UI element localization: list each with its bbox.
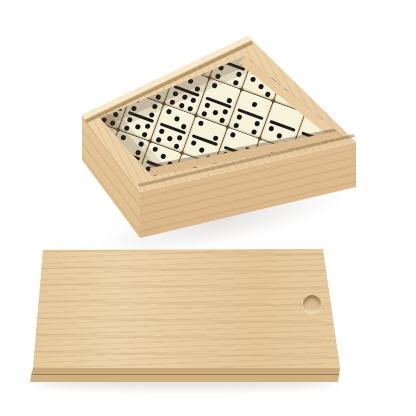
pip — [169, 56, 175, 62]
domino-half-2 — [153, 18, 190, 46]
pip — [233, 122, 239, 128]
pip — [265, 91, 271, 97]
pip — [159, 128, 165, 134]
pip — [109, 67, 115, 73]
pip — [123, 55, 129, 61]
domino-half-3 — [121, 6, 158, 34]
pip — [173, 115, 179, 121]
pip — [201, 40, 207, 46]
pip — [230, 131, 236, 137]
domino-divider — [123, 24, 149, 36]
pip — [137, 44, 143, 50]
pip — [176, 134, 182, 140]
domino-divider — [109, 62, 135, 74]
pip — [151, 49, 157, 55]
pip — [160, 53, 166, 59]
pip — [116, 47, 122, 53]
pip — [219, 117, 225, 123]
domino-tile-5-6 — [101, 44, 145, 92]
pip — [198, 120, 204, 126]
pip — [154, 41, 160, 47]
domino-half-6 — [101, 63, 138, 91]
domino-tile-2-6 — [146, 18, 190, 66]
pip — [202, 110, 208, 116]
pip — [130, 62, 136, 68]
pip — [191, 139, 197, 145]
pip — [222, 108, 228, 114]
pip — [137, 17, 143, 23]
pip — [162, 21, 168, 27]
pip — [114, 79, 120, 85]
pip — [126, 73, 132, 79]
domino-half-0 — [313, 76, 350, 104]
pip — [102, 85, 108, 91]
pip — [123, 82, 129, 88]
pip — [141, 131, 147, 137]
pip — [212, 109, 218, 115]
pip — [163, 44, 169, 50]
pip — [251, 101, 257, 107]
pip — [117, 70, 123, 76]
pip — [190, 97, 196, 103]
finger-hole — [303, 295, 321, 313]
pip — [276, 132, 282, 138]
pip — [176, 36, 182, 42]
pip — [173, 143, 179, 149]
pip — [134, 124, 140, 130]
domino-half-6 — [146, 37, 183, 65]
pip — [226, 97, 232, 103]
pip — [141, 79, 147, 85]
pip — [251, 128, 257, 134]
pip — [133, 54, 139, 60]
pip — [156, 136, 162, 142]
pip — [113, 56, 119, 62]
pip — [268, 125, 274, 131]
pip — [99, 93, 105, 99]
pip — [237, 113, 243, 119]
domino-tile-3-4 — [114, 6, 158, 54]
pip — [186, 53, 192, 59]
pip — [144, 122, 150, 128]
product-photo — [0, 0, 416, 416]
pip — [152, 146, 158, 152]
pip — [140, 36, 146, 42]
pip — [198, 147, 204, 153]
pip — [187, 105, 193, 111]
domino-divider — [315, 94, 341, 106]
pip — [122, 29, 128, 35]
pip — [130, 10, 136, 16]
pip — [250, 76, 256, 82]
pip — [180, 123, 186, 129]
pip — [254, 120, 260, 126]
domino-divider — [155, 36, 181, 48]
pip — [178, 102, 184, 108]
pip — [165, 65, 171, 71]
pip — [160, 153, 166, 159]
pip — [172, 47, 178, 53]
pip — [212, 134, 218, 140]
pip — [144, 24, 150, 30]
pip — [145, 67, 151, 73]
pip — [166, 108, 172, 114]
pip — [166, 135, 172, 141]
pip — [257, 83, 263, 89]
pip — [205, 102, 211, 108]
pip — [111, 88, 117, 94]
domino-half-5 — [108, 44, 145, 72]
pip — [148, 59, 154, 65]
pip — [119, 38, 125, 44]
domino-half-4 — [114, 26, 151, 54]
pip — [233, 79, 239, 85]
pip — [106, 75, 112, 81]
